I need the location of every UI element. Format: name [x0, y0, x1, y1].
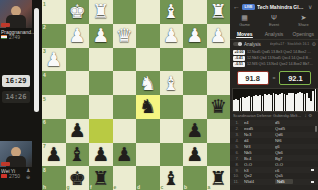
engine-info: depth=17 · Stockfish 16.1 Lite	[270, 42, 310, 46]
black-move[interactable]: Qxd5	[275, 126, 301, 131]
white-bishop-c1[interactable]: ♝	[160, 0, 184, 24]
bottom-player-rating: 2750	[9, 173, 20, 179]
engine-eval: -0.51	[233, 62, 245, 67]
white-clock: 16:29	[2, 75, 30, 87]
rank-label-4: 4	[43, 72, 46, 78]
square-b8[interactable]: b	[183, 166, 207, 190]
square-g4[interactable]	[66, 71, 90, 95]
move-number: 2.	[230, 126, 239, 131]
black-move[interactable]: d5	[275, 120, 301, 125]
white-pawn-h3[interactable]: ♟	[42, 48, 66, 72]
square-g3[interactable]	[66, 48, 90, 72]
white-pawn-g2[interactable]: ♟	[66, 24, 90, 48]
black-pawn-b7[interactable]: ♟	[183, 143, 207, 167]
black-pawn-h7[interactable]: ♟	[42, 143, 66, 167]
square-g2[interactable]: ♟	[66, 24, 90, 48]
black-move[interactable]: c6	[275, 168, 301, 173]
square-e2[interactable]: ♛	[113, 24, 137, 48]
back-button[interactable]: ←	[233, 3, 240, 10]
white-pawn-a2[interactable]: ♟	[207, 24, 231, 48]
file-label-h: h	[43, 184, 46, 190]
settings-icon[interactable]: ⚙	[308, 113, 312, 118]
white-move[interactable]: Nc3	[244, 132, 270, 137]
file-label-b: b	[184, 184, 187, 190]
square-b6[interactable]: ♟	[183, 119, 207, 143]
square-a7[interactable]	[207, 143, 231, 167]
square-c8[interactable]: c♝	[160, 166, 184, 190]
white-king-g1[interactable]: ♚	[66, 0, 90, 24]
analysis-panel: ← LIVE Tech Mahindra Global Che... ∨ ▦ G…	[230, 0, 318, 190]
square-c2[interactable]: ♟	[160, 24, 184, 48]
square-f6[interactable]	[89, 119, 113, 143]
square-f7[interactable]: ♟	[89, 143, 113, 167]
white-move[interactable]: Nf3	[244, 144, 270, 149]
flag-china-icon	[1, 174, 7, 178]
white-move[interactable]: exd5	[244, 126, 270, 131]
black-pawn-f7[interactable]: ♟	[89, 143, 113, 167]
square-d5[interactable]: ♞	[136, 95, 160, 119]
square-e7[interactable]: ♟	[113, 143, 137, 167]
black-king-g8[interactable]: ♚	[66, 166, 90, 190]
move-number: 1.	[230, 120, 239, 125]
pawn-icon[interactable]: ♟	[26, 167, 30, 173]
square-e3[interactable]	[113, 48, 137, 72]
profile-icon[interactable]: ⊕	[26, 174, 30, 180]
black-move[interactable]: g6	[275, 144, 301, 149]
square-c5[interactable]	[160, 95, 184, 119]
board-grid-icon: ▦	[241, 14, 248, 21]
square-d7[interactable]	[136, 143, 160, 167]
white-bishop-c4[interactable]: ♝	[160, 71, 184, 95]
rank-label-1: 1	[43, 1, 46, 7]
square-f8[interactable]: f♜	[89, 166, 113, 190]
square-h3[interactable]: 3♟	[42, 48, 66, 72]
white-pawn-c2[interactable]: ♟	[160, 24, 184, 48]
rank-label-6: 6	[43, 119, 46, 125]
share-button-label: Share	[298, 22, 309, 27]
share-icon: ➤	[300, 14, 306, 21]
black-move[interactable]: Qa5	[275, 173, 301, 178]
engine-line-moves: 12.Nxd5 Qxd5 13.Be3 Qxe2 14.Bxe2 Bxd4 15…	[247, 50, 313, 54]
square-g6[interactable]: ♟	[66, 119, 90, 143]
square-d8[interactable]: d	[136, 166, 160, 190]
square-b1[interactable]	[183, 0, 207, 24]
chess-board: 1♚♜♝♜2♟♟♛♟♟♟3♟4♞♝5♞♛6♟♟7♟♝♟♟♟8hg♚f♜edc♝b…	[42, 0, 230, 190]
square-g8[interactable]: g♚	[66, 166, 90, 190]
square-c6[interactable]	[160, 119, 184, 143]
black-pawn-g6[interactable]: ♟	[66, 119, 90, 143]
white-pawn-b2[interactable]: ♟	[183, 24, 207, 48]
game-button-label: Game	[239, 22, 250, 27]
flip-icon[interactable]: ↕	[305, 113, 307, 118]
webcam-bottom-player	[0, 141, 32, 167]
square-h2[interactable]: 2	[42, 24, 66, 48]
square-g5[interactable]	[66, 95, 90, 119]
top-player-rating: 2749	[9, 34, 20, 40]
event-title: Tech Mahindra Global Che...	[257, 4, 305, 10]
black-move[interactable]: O-O	[275, 162, 301, 167]
eval-graph[interactable]	[232, 88, 318, 112]
eval-bar	[315, 89, 317, 111]
engine-line-moves: 12.Nb3 Qb4 13.Nxd5 Qxc4 14.Qxc4 Bxb2 15.…	[247, 56, 313, 60]
engine-eval: +0.00	[233, 50, 245, 55]
black-move[interactable]: Nf6	[275, 138, 301, 143]
square-a3[interactable]	[207, 48, 231, 72]
square-h5[interactable]: 5	[42, 95, 66, 119]
square-a6[interactable]	[207, 119, 231, 143]
opening-name: Scandinavian Defense: Gubinsky-Melts Def…	[233, 114, 303, 118]
black-bishop-g7[interactable]: ♝	[66, 143, 90, 167]
analysis-toggle-bar: Analysis depth=17 · Stockfish 16.1 Lite …	[230, 40, 318, 48]
black-pawn-b6[interactable]: ♟	[183, 119, 207, 143]
white-score: 91.8	[237, 71, 269, 85]
live-badge	[1, 23, 10, 27]
tab-openings[interactable]: Openings	[289, 29, 318, 38]
eval-mark	[311, 169, 314, 171]
score-separator: =	[273, 75, 276, 81]
square-h6[interactable]: 6	[42, 119, 66, 143]
analysis-toggle[interactable]	[233, 42, 242, 47]
square-d4[interactable]: ♞	[136, 71, 160, 95]
rank-label-5: 5	[43, 96, 46, 102]
white-move[interactable]: Qe2	[244, 173, 270, 178]
black-move[interactable]: Qd6	[275, 132, 301, 137]
trophy-icon: Ψ	[271, 14, 277, 21]
move-number: 4.	[230, 138, 239, 143]
engine-line-moves: 12.Nf3 Qh5 13.Ne4 Qxe2 14.Bxe2 Bb7 15.Rd…	[247, 62, 313, 66]
move-number: 11.	[230, 179, 239, 184]
move-number: 9.	[230, 168, 239, 173]
broadcast-window: Praggnanand... 2749 16:29 14:26 Wei Yi 2…	[0, 0, 318, 190]
move-number: 7.	[230, 156, 239, 161]
square-c3[interactable]	[160, 48, 184, 72]
engine-line-3[interactable]: -0.5112.Nf3 Qh5 13.Ne4 Qxe2 14.Bxe2 Bb7 …	[230, 61, 318, 67]
move-number: 3.	[230, 132, 239, 137]
panel-tabs: Moves Analysis Openings	[230, 29, 318, 38]
flag-india-icon	[1, 35, 7, 39]
square-h8[interactable]: 8h	[42, 166, 66, 190]
square-f2[interactable]: ♟	[89, 24, 113, 48]
tab-moves[interactable]: Moves	[230, 29, 259, 38]
square-d2[interactable]	[136, 24, 160, 48]
score-row: 91.8 = 92.1	[230, 70, 318, 86]
square-e8[interactable]: e	[113, 166, 137, 190]
square-b5[interactable]	[183, 95, 207, 119]
rank-label-2: 2	[43, 24, 46, 30]
white-pawn-f2[interactable]: ♟	[89, 24, 113, 48]
opening-row: Scandinavian Defense: Gubinsky-Melts Def…	[230, 112, 318, 119]
square-e6[interactable]	[113, 119, 137, 143]
square-c4[interactable]: ♝	[160, 71, 184, 95]
white-move[interactable]: h3	[244, 168, 270, 173]
square-h1[interactable]: 1	[42, 0, 66, 24]
white-rook-a1[interactable]: ♜	[207, 0, 231, 24]
square-h7[interactable]: 7♟	[42, 143, 66, 167]
sidebar-scrollbar[interactable]	[34, 8, 39, 112]
black-queen-a5[interactable]: ♛	[207, 95, 231, 119]
square-f5[interactable]	[89, 95, 113, 119]
panel-nav: ▦ Game Ψ Event ➤ Share	[230, 13, 318, 28]
black-rook-a8[interactable]: ♜	[207, 166, 231, 190]
webcam-top-player	[0, 0, 32, 28]
chevron-down-icon[interactable]: ∨	[308, 3, 312, 10]
file-label-d: d	[137, 184, 140, 190]
white-queen-e2[interactable]: ♛	[113, 24, 137, 48]
black-rook-f8[interactable]: ♜	[89, 166, 113, 190]
tab-analysis[interactable]: Analysis	[259, 29, 288, 38]
black-score: 92.1	[279, 71, 311, 85]
square-d3[interactable]	[136, 48, 160, 72]
square-e1[interactable]	[113, 0, 137, 24]
eval-mark	[311, 181, 314, 183]
square-b7[interactable]: ♟	[183, 143, 207, 167]
square-a2[interactable]: ♟	[207, 24, 231, 48]
square-a1[interactable]: ♜	[207, 0, 231, 24]
square-h4[interactable]: 4	[42, 71, 66, 95]
white-move[interactable]: N5d4	[244, 179, 270, 184]
move-number: 5.	[230, 144, 239, 149]
white-rook-f1[interactable]: ♜	[89, 0, 113, 24]
engine-eval: -0.41	[233, 56, 245, 61]
square-g1[interactable]: ♚	[66, 0, 90, 24]
move-row-11: 11.N5d4Nd5	[230, 179, 318, 185]
move-number: 10.	[230, 173, 239, 178]
square-a8[interactable]: a♜	[207, 166, 231, 190]
live-event-badge: LIVE	[242, 4, 255, 10]
event-button-label: Event	[269, 22, 279, 27]
white-move[interactable]: e4	[244, 120, 270, 125]
white-move[interactable]: d4	[244, 138, 270, 143]
engine-lines: +0.0012.Nxd5 Qxd5 13.Be3 Qxe2 14.Bxe2 Bx…	[230, 49, 318, 68]
gear-icon[interactable]: ⚙	[312, 41, 316, 47]
rank-label-8: 8	[43, 167, 46, 173]
square-d1[interactable]	[136, 0, 160, 24]
square-f4[interactable]	[89, 71, 113, 95]
black-knight-d5[interactable]: ♞	[136, 95, 160, 119]
black-move[interactable]: Qb6	[275, 150, 301, 155]
event-button[interactable]: Ψ Event	[259, 13, 288, 28]
share-button[interactable]: ➤ Share	[289, 13, 318, 28]
black-move[interactable]: Bg7	[275, 156, 301, 161]
white-move[interactable]: Nb5	[244, 150, 270, 155]
square-a5[interactable]: ♛	[207, 95, 231, 119]
black-pawn-e7[interactable]: ♟	[113, 143, 137, 167]
square-d6[interactable]	[136, 119, 160, 143]
move-list: 1.e4d52.exd5Qxd53.Nc3Qd64.d4Nf65.Nf3g66.…	[230, 120, 318, 185]
square-f1[interactable]: ♜	[89, 0, 113, 24]
square-e5[interactable]	[113, 95, 137, 119]
square-b2[interactable]: ♟	[183, 24, 207, 48]
square-b3[interactable]	[183, 48, 207, 72]
square-f3[interactable]	[89, 48, 113, 72]
square-c7[interactable]	[160, 143, 184, 167]
live-badge	[1, 162, 10, 166]
square-a4[interactable]	[207, 71, 231, 95]
white-knight-d4[interactable]: ♞	[136, 71, 160, 95]
black-clock: 14:26	[2, 91, 30, 103]
black-move[interactable]: Nd5	[275, 179, 293, 184]
white-move[interactable]: O-O	[244, 162, 270, 167]
square-g7[interactable]: ♝	[66, 143, 90, 167]
move-number: 6.	[230, 150, 239, 155]
square-b4[interactable]	[183, 71, 207, 95]
square-c1[interactable]: ♝	[160, 0, 184, 24]
game-button[interactable]: ▦ Game	[230, 13, 259, 28]
white-move[interactable]: Bc4	[244, 156, 270, 161]
move-number: 8.	[230, 162, 239, 167]
analysis-label: Analysis	[244, 42, 261, 47]
file-label-e: e	[114, 184, 117, 190]
square-e4[interactable]	[113, 71, 137, 95]
black-bishop-c8[interactable]: ♝	[160, 166, 184, 190]
